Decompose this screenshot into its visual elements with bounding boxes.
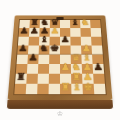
square-d4[interactable] [49, 55, 60, 64]
square-c2[interactable] [38, 74, 49, 84]
square-f6[interactable] [70, 37, 81, 46]
square-b1[interactable] [26, 84, 38, 94]
folding-seam [17, 54, 102, 55]
square-a4[interactable] [17, 55, 28, 64]
piece-wB-f1[interactable]: ♝ [71, 81, 83, 94]
square-d3[interactable] [49, 64, 60, 74]
square-h7[interactable] [91, 28, 102, 37]
square-e1[interactable]: ♜ [60, 84, 71, 94]
piece-wR-e1[interactable]: ♜ [60, 81, 71, 94]
piece-bP-a7[interactable]: ♟ [19, 26, 30, 37]
square-a2[interactable]: ♜ [15, 74, 27, 84]
square-g8[interactable]: ♞ [80, 20, 91, 28]
piece-wK-g1[interactable]: ♚ [82, 81, 94, 94]
chess-board[interactable]: ♜♞♛♝♞♟♟♟♟♝♟♟♞♚♟♟♛♝♟♞♟♟♜♜♟♜♝♚ [14, 20, 105, 94]
square-h6[interactable] [91, 37, 102, 46]
piece-bR-a2[interactable]: ♜ [15, 71, 27, 84]
square-b6[interactable] [28, 37, 39, 46]
square-f1[interactable]: ♝ [71, 84, 83, 94]
board-box-edge [7, 100, 113, 109]
piece-wP-e3[interactable]: ♟ [60, 61, 71, 73]
square-b3[interactable] [27, 64, 38, 74]
square-e8[interactable] [60, 20, 70, 28]
piece-wP-d7[interactable]: ♟ [50, 26, 60, 37]
square-b4[interactable]: ♟ [27, 55, 38, 64]
square-c4[interactable] [38, 55, 49, 64]
square-d2[interactable] [49, 74, 60, 84]
piece-bB-f8[interactable]: ♝ [70, 18, 80, 29]
square-h3[interactable]: ♟ [93, 64, 105, 74]
product-photo: ♜♞♛♝♞♟♟♟♟♝♟♟♞♚♟♟♛♝♟♞♟♟♜♜♟♜♝♚ ♔ [0, 0, 120, 120]
square-a7[interactable]: ♟ [19, 28, 30, 37]
square-c3[interactable] [38, 64, 49, 74]
piece-bP-h3[interactable]: ♟ [92, 61, 104, 73]
square-a1[interactable] [14, 84, 26, 94]
piece-wN-g8[interactable]: ♞ [80, 18, 91, 29]
square-e3[interactable]: ♟ [60, 64, 71, 74]
square-f7[interactable] [70, 28, 81, 37]
square-h2[interactable] [93, 74, 105, 84]
square-g7[interactable] [80, 28, 91, 37]
square-b7[interactable]: ♟ [29, 28, 40, 37]
square-e6[interactable]: ♟ [60, 37, 71, 46]
board-scene: ♜♞♛♝♞♟♟♟♟♝♟♟♞♚♟♟♛♝♟♞♟♟♜♜♟♜♝♚ [7, 15, 114, 112]
square-h8[interactable] [90, 20, 101, 28]
square-d1[interactable] [49, 84, 60, 94]
square-h1[interactable] [94, 84, 106, 94]
square-b2[interactable] [26, 74, 38, 84]
square-f8[interactable]: ♝ [70, 20, 80, 28]
piece-bP-e6[interactable]: ♟ [60, 34, 71, 45]
brand-watermark-icon: ♔ [0, 110, 120, 118]
square-c1[interactable] [37, 84, 49, 94]
square-d7[interactable]: ♟ [50, 28, 60, 37]
piece-bP-b7[interactable]: ♟ [29, 26, 40, 37]
chess-board-frame: ♜♞♛♝♞♟♟♟♟♝♟♟♞♚♟♟♛♝♟♞♟♟♜♜♟♜♝♚ [8, 15, 113, 100]
square-g1[interactable]: ♚ [82, 84, 94, 94]
